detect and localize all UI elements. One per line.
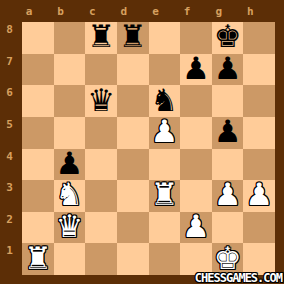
square-e3: ♜ (149, 180, 181, 212)
square-g3: ♟ (212, 180, 244, 212)
square-h4 (243, 149, 275, 181)
file-label-b: b (54, 5, 67, 18)
square-d8: ♜ (117, 22, 149, 54)
square-h7 (243, 54, 275, 86)
square-b7 (54, 54, 86, 86)
rank-label-1: 1 (2, 244, 17, 257)
square-f6 (180, 85, 212, 117)
square-g2 (212, 212, 244, 244)
square-a7 (22, 54, 54, 86)
square-c7 (85, 54, 117, 86)
rank-label-5: 5 (2, 118, 17, 131)
black-rook-piece: ♜ (119, 21, 147, 52)
square-c2 (85, 212, 117, 244)
square-c6: ♛ (85, 85, 117, 117)
square-h5 (243, 117, 275, 149)
white-knight-piece: ♞ (56, 179, 84, 210)
rank-label-3: 3 (2, 181, 17, 194)
white-pawn-piece: ♟ (245, 179, 273, 210)
white-pawn-piece: ♟ (214, 179, 242, 210)
black-king-piece: ♚ (214, 21, 242, 52)
file-label-d: d (117, 5, 130, 18)
square-e7 (149, 54, 181, 86)
rank-label-7: 7 (2, 55, 17, 68)
square-d2 (117, 212, 149, 244)
file-label-a: a (23, 5, 36, 18)
square-h8 (243, 22, 275, 54)
square-b2: ♛ (54, 212, 86, 244)
square-c1 (85, 243, 117, 275)
board: ♜♜♚♟♟♛♞♟♟♟♞♜♟♟♛♟♜♚ (22, 22, 275, 275)
square-e2 (149, 212, 181, 244)
square-h6 (243, 85, 275, 117)
square-e4 (149, 149, 181, 181)
chess-diagram: ♜♜♚♟♟♛♞♟♟♟♞♜♟♟♛♟♜♚ abcdefgh 87654321 CHE… (0, 0, 284, 284)
square-h2 (243, 212, 275, 244)
square-e5: ♟ (149, 117, 181, 149)
square-b4: ♟ (54, 149, 86, 181)
square-g7: ♟ (212, 54, 244, 86)
white-queen-piece: ♛ (56, 211, 84, 242)
square-c8: ♜ (85, 22, 117, 54)
square-b5 (54, 117, 86, 149)
square-c4 (85, 149, 117, 181)
square-d1 (117, 243, 149, 275)
square-a3 (22, 180, 54, 212)
square-f7: ♟ (180, 54, 212, 86)
square-e6: ♞ (149, 85, 181, 117)
square-f5 (180, 117, 212, 149)
white-king-piece: ♚ (214, 243, 242, 274)
square-b6 (54, 85, 86, 117)
square-a5 (22, 117, 54, 149)
square-f8 (180, 22, 212, 54)
square-a1: ♜ (22, 243, 54, 275)
file-label-c: c (86, 5, 99, 18)
white-pawn-piece: ♟ (182, 211, 210, 242)
square-f4 (180, 149, 212, 181)
square-b3: ♞ (54, 180, 86, 212)
black-pawn-piece: ♟ (214, 116, 242, 147)
square-e8 (149, 22, 181, 54)
square-b1 (54, 243, 86, 275)
square-h3: ♟ (243, 180, 275, 212)
black-queen-piece: ♛ (87, 85, 115, 116)
chessgames-watermark: CHESSGAMES.COM (195, 272, 282, 284)
square-d6 (117, 85, 149, 117)
rank-label-8: 8 (2, 23, 17, 36)
square-g5: ♟ (212, 117, 244, 149)
square-b8 (54, 22, 86, 54)
file-label-h: h (244, 5, 257, 18)
file-label-g: g (212, 5, 225, 18)
square-a2 (22, 212, 54, 244)
rank-label-6: 6 (2, 86, 17, 99)
rank-label-2: 2 (2, 213, 17, 226)
white-rook-piece: ♜ (150, 179, 178, 210)
square-g6 (212, 85, 244, 117)
square-d3 (117, 180, 149, 212)
white-rook-piece: ♜ (24, 243, 52, 274)
square-g8: ♚ (212, 22, 244, 54)
black-pawn-piece: ♟ (214, 53, 242, 84)
square-f2: ♟ (180, 212, 212, 244)
black-pawn-piece: ♟ (56, 148, 84, 179)
black-rook-piece: ♜ (87, 21, 115, 52)
square-d5 (117, 117, 149, 149)
file-label-e: e (149, 5, 162, 18)
square-d4 (117, 149, 149, 181)
black-knight-piece: ♞ (150, 85, 178, 116)
square-d7 (117, 54, 149, 86)
file-label-f: f (181, 5, 194, 18)
black-pawn-piece: ♟ (182, 53, 210, 84)
square-c3 (85, 180, 117, 212)
rank-label-4: 4 (2, 150, 17, 163)
square-a4 (22, 149, 54, 181)
square-f3 (180, 180, 212, 212)
square-a8 (22, 22, 54, 54)
square-e1 (149, 243, 181, 275)
white-pawn-piece: ♟ (150, 116, 178, 147)
square-a6 (22, 85, 54, 117)
square-c5 (85, 117, 117, 149)
square-g4 (212, 149, 244, 181)
